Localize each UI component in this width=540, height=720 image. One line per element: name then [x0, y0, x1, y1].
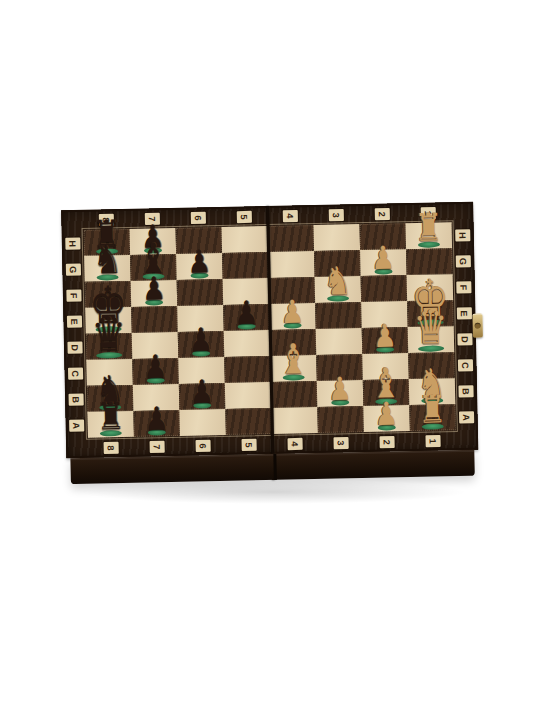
left-border-cell: C: [64, 360, 87, 386]
square-e8: ♚: [85, 307, 132, 334]
green-felt-base: [283, 374, 305, 380]
rank-label-3: 3: [329, 208, 344, 220]
green-felt-base: [97, 274, 119, 280]
bottom-border-cell: 1: [410, 430, 456, 451]
square-g2: ♟: [360, 249, 407, 276]
square-h4: [268, 225, 315, 252]
square-f1: [407, 274, 454, 301]
right-border-cell: B: [455, 378, 478, 404]
file-label-e: E: [67, 315, 82, 327]
square-g4: [268, 251, 315, 278]
green-felt-base: [144, 247, 162, 253]
square-b5: [225, 382, 272, 409]
green-felt-base: [418, 319, 444, 326]
rank-label-2: 2: [375, 207, 390, 219]
bottom-border-cell: 6: [180, 435, 226, 456]
green-felt-base: [378, 424, 396, 430]
brass-clasp: [472, 314, 483, 338]
square-h2: [360, 223, 407, 250]
square-f2: [361, 275, 408, 302]
green-felt-base: [96, 352, 122, 359]
file-label-c: C: [458, 359, 473, 371]
square-e2: [361, 301, 408, 328]
rank-label-7: 7: [145, 212, 160, 224]
square-e6: [177, 305, 224, 332]
rank-label-8: 8: [99, 213, 114, 225]
top-border-cell: 2: [359, 203, 405, 224]
square-d5: [224, 330, 271, 357]
square-c7: ♟: [132, 358, 179, 385]
square-b4: [271, 381, 318, 408]
square-a6: [179, 409, 226, 436]
file-label-b: B: [458, 385, 473, 397]
rank-label-6: 6: [196, 439, 211, 451]
top-border-cell: 8: [83, 209, 129, 230]
green-felt-base: [192, 350, 210, 356]
right-border-cell: C: [454, 352, 477, 378]
square-h6: [176, 227, 223, 254]
square-g7: ♝: [130, 254, 177, 281]
bottom-border-cell: 2: [364, 431, 410, 452]
square-e5: ♟: [223, 304, 270, 331]
file-label-c: C: [68, 367, 83, 379]
green-felt-base: [327, 295, 349, 301]
square-d2: ♟: [362, 327, 409, 354]
square-e1: ♚: [407, 300, 454, 327]
file-label-b: B: [69, 393, 84, 405]
square-h1: ♜: [406, 222, 453, 249]
green-felt-base: [422, 423, 444, 429]
right-border-cell: G: [452, 248, 475, 274]
square-b1: ♞: [409, 378, 456, 405]
frame-corner: [451, 202, 473, 222]
square-d4: [270, 329, 317, 356]
square-b2: ♝: [363, 379, 410, 406]
square-d6: ♟: [178, 331, 225, 358]
green-felt-base: [143, 273, 165, 279]
right-border-cell: F: [453, 274, 476, 300]
square-a7: ♟: [133, 410, 180, 437]
chess-board: 87654321H♜♟♜HG♞♝♟♟GF♟♞FE♚♟♟♚ED♛♟♟♛DC♟♝CB…: [61, 202, 478, 459]
green-felt-base: [191, 272, 209, 278]
square-e3: [315, 302, 362, 329]
square-c6: [178, 357, 225, 384]
file-label-g: G: [66, 263, 81, 275]
product-photo-stage: 87654321H♜♟♜HG♞♝♟♟GF♟♞FE♚♟♟♚ED♛♟♟♛DC♟♝CB…: [0, 0, 540, 720]
square-c4: ♝: [270, 355, 317, 382]
rank-label-8: 8: [104, 441, 119, 453]
rank-label-4: 4: [283, 209, 298, 221]
square-b3: ♟: [317, 380, 364, 407]
square-a2: ♟: [363, 405, 410, 432]
square-h5: [222, 226, 269, 253]
rank-label-5: 5: [237, 210, 252, 222]
folding-chess-set: 87654321H♜♟♜HG♞♝♟♟GF♟♞FE♚♟♟♚ED♛♟♟♛DC♟♝CB…: [61, 202, 479, 485]
square-f3: ♞: [315, 276, 362, 303]
file-label-d: D: [67, 341, 82, 353]
square-h3: [314, 224, 361, 251]
top-border-cell: 1: [405, 202, 451, 223]
left-border-cell: B: [65, 386, 88, 412]
left-border-cell: F: [63, 282, 86, 308]
frame-corner: [61, 210, 83, 230]
rank-label-2: 2: [379, 435, 394, 447]
green-felt-base: [418, 345, 444, 352]
green-felt-base: [148, 429, 166, 435]
right-border-cell: H: [452, 222, 475, 248]
square-f8: [85, 281, 132, 308]
left-border-cell: G: [62, 256, 85, 282]
top-border-cell: 3: [313, 204, 359, 225]
square-g6: ♟: [176, 253, 223, 280]
green-felt-base: [284, 322, 302, 328]
file-label-e: E: [457, 307, 472, 319]
square-g8: ♞: [84, 255, 131, 282]
green-felt-base: [376, 346, 394, 352]
rank-label-6: 6: [191, 211, 206, 223]
rank-label-1: 1: [425, 434, 440, 446]
file-label-f: F: [66, 289, 81, 301]
rank-label-3: 3: [333, 436, 348, 448]
green-felt-base: [421, 397, 443, 403]
square-d1: ♛: [408, 326, 455, 353]
square-f5: [223, 278, 270, 305]
square-a3: [317, 406, 364, 433]
file-label-h: H: [455, 229, 470, 241]
file-label-a: A: [459, 411, 474, 423]
left-border-cell: D: [64, 334, 87, 360]
square-g5: [222, 252, 269, 279]
green-felt-base: [238, 323, 256, 329]
square-h8: ♜: [84, 229, 131, 256]
square-a4: [271, 407, 318, 434]
green-felt-base: [96, 326, 122, 333]
rank-label-1: 1: [421, 207, 436, 219]
green-felt-base: [418, 241, 440, 247]
ground-shadow: [78, 480, 468, 504]
bottom-border-cell: 4: [272, 433, 318, 454]
square-e7: [131, 306, 178, 333]
square-c8: [86, 359, 133, 386]
green-felt-base: [147, 377, 165, 383]
top-border-cell: 6: [175, 207, 221, 228]
square-g3: [314, 250, 361, 277]
square-a1: ♜: [409, 404, 456, 431]
square-b7: [133, 384, 180, 411]
bottom-border-cell: 8: [88, 437, 134, 458]
square-f6: [177, 279, 224, 306]
square-c5: [224, 356, 271, 383]
square-b6: ♟: [179, 383, 226, 410]
left-border-cell: E: [63, 308, 86, 334]
square-b8: ♞: [87, 385, 134, 412]
box-fold-seam: [273, 454, 277, 480]
top-border-cell: 5: [221, 206, 267, 227]
frame-corner: [456, 430, 478, 450]
bottom-border-cell: 7: [134, 436, 180, 457]
green-felt-base: [375, 398, 397, 404]
rank-label-5: 5: [241, 438, 256, 450]
file-label-h: H: [65, 237, 80, 249]
green-felt-base: [374, 268, 392, 274]
right-border-cell: A: [455, 404, 478, 430]
file-label-f: F: [456, 281, 471, 293]
file-label-d: D: [457, 333, 472, 345]
left-border-cell: H: [62, 230, 85, 256]
green-felt-base: [96, 248, 118, 254]
square-d3: [316, 328, 363, 355]
green-felt-base: [100, 430, 122, 436]
square-d7: [132, 332, 179, 359]
rank-label-7: 7: [150, 440, 165, 452]
bottom-border-cell: 5: [226, 434, 272, 455]
square-d8: ♛: [86, 333, 133, 360]
frame-corner: [66, 438, 88, 458]
file-label-g: G: [456, 255, 471, 267]
file-label-a: A: [69, 419, 84, 431]
square-g1: [406, 248, 453, 275]
square-h7: ♟: [130, 228, 177, 255]
green-felt-base: [331, 399, 349, 405]
square-a8: ♜: [87, 411, 134, 438]
green-felt-base: [193, 402, 211, 408]
top-border-cell: 4: [267, 205, 313, 226]
square-e4: ♟: [269, 303, 316, 330]
square-f4: [269, 277, 316, 304]
left-border-cell: A: [65, 412, 88, 438]
square-c2: [362, 353, 409, 380]
top-border-cell: 7: [129, 208, 175, 229]
square-c3: [316, 354, 363, 381]
square-f7: ♟: [131, 280, 178, 307]
bottom-border-cell: 3: [318, 432, 364, 453]
square-c1: [408, 352, 455, 379]
green-felt-base: [99, 404, 121, 410]
green-felt-base: [145, 299, 163, 305]
square-a5: [225, 408, 272, 435]
rank-label-4: 4: [287, 437, 302, 449]
